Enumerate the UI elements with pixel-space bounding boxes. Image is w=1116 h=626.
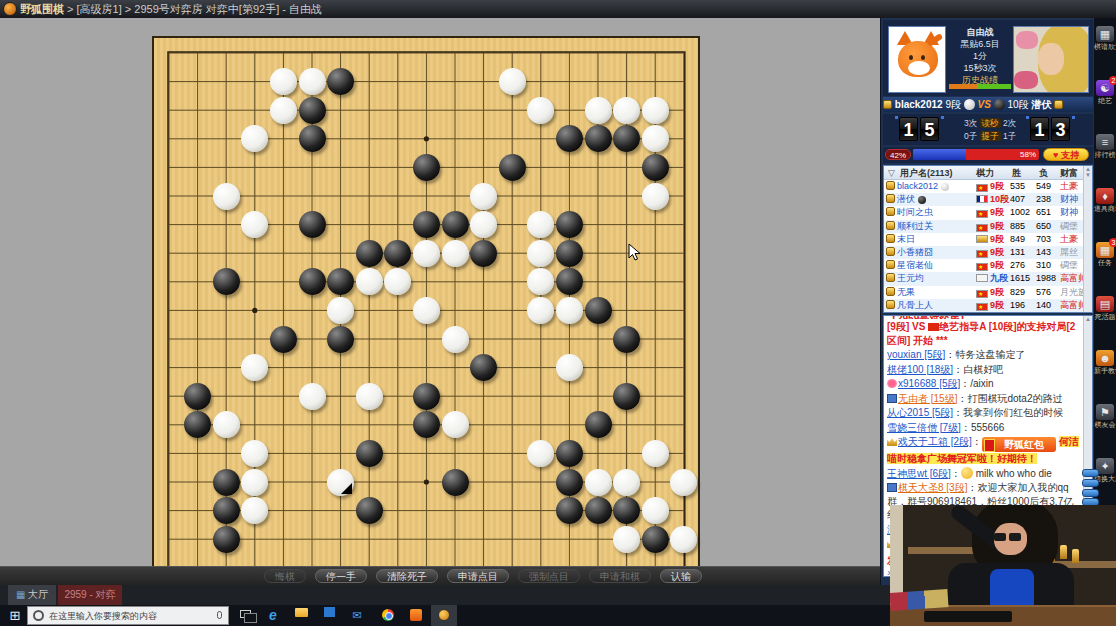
user-losses: 651 [1036,206,1051,219]
black-stone [327,68,354,95]
white-stone [527,440,554,467]
flag-icon-cn: ★ [976,303,988,311]
store-icon[interactable] [316,605,342,626]
crown-icon [887,437,897,446]
taskbar-search-input[interactable]: 在这里输入你要搜索的内容 [27,606,229,625]
toolbar-label: 新手教学 [1094,366,1116,376]
quick-chip[interactable] [1082,489,1099,497]
right-player-rank: 10段 [1007,99,1028,110]
user-rank: 9段 [990,287,1004,297]
toolbar-label: 道具商城 [1094,204,1116,214]
black-stone [213,469,240,496]
action-button-停一手[interactable]: 停一手 [315,569,367,583]
white-stone [413,240,440,267]
col-loss: 负 [1039,166,1048,180]
chat-username[interactable]: 戏天于工箱 [2段] [898,436,972,447]
user-wealth: 碉堡 [1060,259,1078,272]
user-name[interactable]: 王元均 [897,273,924,283]
right-clock-digit: 3 [1051,117,1070,141]
badge: 3 [1109,238,1116,247]
user-wins: 276 [1010,259,1025,272]
left-player-avatar[interactable] [888,26,946,93]
medal-icon [886,207,895,216]
black-stone-icon [994,99,1005,110]
black-stone [556,440,583,467]
chat-username[interactable]: 棋佬100 [18级] [887,364,953,375]
orange-app-icon[interactable] [403,605,429,626]
user-rank: 9段 [990,207,1004,217]
chat-username[interactable]: x916688 [5段] [898,378,960,389]
history-bar-orange [949,84,977,89]
white-stone [270,97,297,124]
user-wins: 849 [1010,233,1025,246]
medal-icon [886,287,895,296]
chat-username[interactable]: 棋天大圣8 [3段] [898,482,967,493]
fox-eye-icon [909,55,913,60]
left-player-name[interactable]: black2012 [895,99,943,110]
user-row-末日[interactable]: 末日9段849703土豪 [884,233,1084,246]
user-wealth: 财神 [1060,206,1078,219]
排行榜-icon[interactable]: ≡ [1096,134,1114,150]
user-name[interactable]: black2012 [897,181,938,191]
action-button-申请和棋: 申请和棋 [589,569,651,583]
chat-announcement: 【2959号对弈房】 [887,315,1083,319]
棋友会-icon[interactable]: ⚑ [1096,404,1114,420]
medal-icon [886,234,895,243]
quick-chip[interactable] [1082,479,1099,487]
fox-go-taskbar-icon[interactable] [431,605,457,626]
white-stone [642,97,669,124]
user-name[interactable]: 星宿老仙 [897,260,933,270]
toolbar-item-任务[interactable]: ▦3任务 [1094,242,1116,268]
medal-icon [1054,100,1063,109]
right-player-avatar[interactable] [1013,26,1089,93]
task-view-icon[interactable] [232,605,258,626]
toolbar-item-排行榜[interactable]: ≡排行榜 [1094,134,1116,160]
anime-face-icon [1038,43,1064,75]
user-wins: 829 [1010,286,1025,299]
black-stone [613,497,640,524]
black-stone [585,411,612,438]
white-stone [413,297,440,324]
match-info: 自由战 黑贴6.5目 1分 15秒3次 历史战绩 [949,26,1011,93]
history-record-bar [949,84,1011,89]
toolbar-item-道具商城[interactable]: ♦道具商城 [1094,188,1116,214]
white-stone [585,469,612,496]
toolbar-label: 任务 [1094,258,1116,268]
新手教学-icon[interactable]: ☻ [1096,350,1114,366]
flag-icon-cn: ★ [976,263,988,271]
support-button[interactable]: ♥ 支持 [1043,148,1089,161]
black-stone [470,240,497,267]
right-clock-digit: 1 [1030,117,1049,141]
user-row-无果[interactable]: 无果★9段829576月光族 [884,286,1084,299]
action-button-悔棋: 悔棋 [264,569,306,583]
user-name[interactable]: 顺利过关 [897,221,933,231]
filter-icon[interactable]: ▽ [888,166,895,180]
deco-dot [1026,116,1029,119]
chat-username[interactable]: 从心2015 [5段] [887,407,953,418]
webcam-video[interactable] [890,505,1116,626]
glasses-icon [994,533,1006,541]
fox-eye-icon [921,55,925,60]
col-strength: 棋力 [976,166,994,180]
user-table-header: ▽ 用户名(2113) 棋力 胜 负 财富 [884,166,1084,180]
user-losses: 238 [1036,193,1051,206]
fox-muzzle-icon [908,61,930,75]
white-stone [642,440,669,467]
任务-icon[interactable]: ▦3 [1096,242,1114,258]
black-stone [470,354,497,381]
clock-center-info: 3次 读秒 2次 0子 提子 1子 [957,117,1023,143]
white-stone [527,97,554,124]
white-stone [470,211,497,238]
chat-username[interactable]: 王神思wt [6段] [887,468,951,479]
绝艺-icon[interactable]: ☯2 [1096,80,1114,96]
action-button-申请点目[interactable]: 申请点目 [447,569,509,583]
white-stone [327,469,354,496]
toolbar-item-新手教学[interactable]: ☻新手教学 [1094,350,1116,376]
white-stone [470,183,497,210]
black-stone [299,211,326,238]
user-losses: 140 [1036,299,1051,312]
flag-icon-cn: ★ [976,184,988,192]
col-wealth: 财富 [1060,166,1078,180]
user-losses: 1988 [1036,272,1056,285]
user-wealth: 财神 [1060,193,1078,206]
user-wins: 196 [1010,299,1025,312]
black-stone [642,526,669,553]
user-rank: 9段 [990,300,1004,310]
user-list-table[interactable]: ▽ 用户名(2113) 棋力 胜 负 财富 black2012 ★9段53554… [883,165,1093,313]
flag-icon-cn: ★ [976,210,988,218]
user-name[interactable]: 末日 [897,234,915,244]
white-stone [213,183,240,210]
col-username: 用户名(2113) [900,166,953,180]
user-wins: 407 [1010,193,1025,206]
white-stone [499,68,526,95]
flag-icon-tw [976,274,988,282]
black-stone [413,211,440,238]
support-bar: 58% [913,149,1039,160]
black-stone [556,240,583,267]
user-losses: 703 [1036,233,1051,246]
deco-dot [1072,116,1075,119]
black-stone [413,383,440,410]
chat-message: youxian [5段]：特务这盘输定了 [887,348,1083,362]
black-stone [613,326,640,353]
white-stone [642,183,669,210]
red-packet-button[interactable]: 野狐红包 [982,437,1056,452]
medal-icon [886,247,895,256]
black-stone [213,497,240,524]
chat-message: 王神思wt [6段]： milk who who die [887,467,1083,481]
right-player-name[interactable]: 潜伏 [1031,99,1051,110]
col-win: 胜 [1012,166,1021,180]
go-board[interactable] [152,36,700,584]
black-stone [585,497,612,524]
user-wealth: 土豪 [1060,233,1078,246]
white-stone-icon [964,99,975,110]
match-main-time: 1分 [949,50,1011,62]
user-name[interactable]: 小香猪囧 [897,247,933,257]
cn-flag-icon [928,323,939,331]
white-stone [270,68,297,95]
player-info-panel: 自由战 黑贴6.5目 1分 15秒3次 历史战绩 [883,20,1093,96]
action-button-强制点目: 强制点目 [518,569,580,583]
user-name[interactable]: 潜伏 [897,194,915,204]
deco-dot [895,116,898,119]
black-stone [556,211,583,238]
user-losses: 143 [1036,246,1051,259]
user-wins: 885 [1010,220,1025,233]
chat-message: 棋佬100 [18级]：白棋好吧 [887,363,1083,377]
left-support-percent: 42% [885,149,911,160]
user-losses: 310 [1036,259,1051,272]
main-play-area [0,18,880,585]
user-losses: 576 [1036,286,1051,299]
white-stone [356,383,383,410]
white-stone [213,411,240,438]
black-stone [556,268,583,295]
players-name-row: black2012 9段 VS 10段 潜伏 [883,97,1093,112]
chat-text: 特务这盘输定了 [955,349,1025,360]
black-stone [442,469,469,496]
black-stone [213,526,240,553]
toolbar-label: 绝艺 [1094,96,1116,106]
toolbar-label: 棋友会 [1094,420,1116,430]
last-move-marker [341,483,352,494]
user-name[interactable]: 无果 [897,287,915,297]
toolbar-item-棋谱欣赏[interactable]: ▦棋谱欣赏 [1094,26,1116,52]
left-clock-digit: 1 [899,117,918,141]
toolbar-label: 棋谱欣赏 [1094,42,1116,52]
chat-text: 打围棋玩dota2的路过 [967,393,1062,404]
black-stone [384,240,411,267]
white-stone [299,383,326,410]
white-stone [241,440,268,467]
white-stone [327,297,354,324]
user-wins: 1615 [1010,272,1030,285]
black-stone [413,154,440,181]
white-stone [527,240,554,267]
white-stone [613,526,640,553]
chat-announcement: [9段] VS 绝艺指导A [10段]的支持对局[2区间] 开始 *** [887,320,1083,347]
user-rank: 9段 [990,221,1004,231]
user-row-王元均[interactable]: 王元均九段16151988高富帅 [884,272,1084,285]
action-button-认输[interactable]: 认输 [660,569,702,583]
medal-icon [883,100,892,109]
user-rank: 10段 [990,194,1009,204]
match-byoyomi: 15秒3次 [949,62,1011,74]
道具商城-icon[interactable]: ♦ [1096,188,1114,204]
white-stone [299,68,326,95]
chat-username[interactable]: youxian [5段] [887,349,945,360]
chat-username[interactable]: 无由者 [15级] [898,393,957,404]
black-stone [270,326,297,353]
smiley-icon [961,467,973,479]
cortana-icon [33,610,44,621]
flag-icon-cn: ★ [976,250,988,258]
chat-text: 555666 [971,422,1004,433]
black-stone [556,125,583,152]
support-row: 42% 58% ♥ 支持 [883,147,1093,163]
glasses-icon [1009,533,1021,541]
user-rank: 9段 [990,247,1004,257]
棋谱欣赏-icon[interactable]: ▦ [1096,26,1114,42]
file-explorer-icon[interactable] [288,605,314,626]
white-stone [442,411,469,438]
user-row-星宿老仙[interactable]: 星宿老仙★9段276310碉堡 [884,259,1084,272]
user-row-顺利过关[interactable]: 顺利过关★9段885650碉堡 [884,220,1084,233]
user-row-black2012[interactable]: black2012 ★9段535549土豪 [884,180,1084,193]
user-rank: 9段 [990,260,1004,270]
chat-message: 无由者 [15级]：打围棋玩dota2的路过 [887,392,1083,406]
chat-text: 白棋好吧 [963,364,1003,375]
chrome-icon[interactable] [375,605,401,626]
match-rule: 自由战 [949,26,1011,38]
死活题-icon[interactable]: ▤ [1096,296,1114,312]
black-stone [556,497,583,524]
search-placeholder: 在这里输入你要搜索的内容 [49,611,157,621]
black-stone [613,383,640,410]
sidebar: 自由战 黑贴6.5目 1分 15秒3次 历史战绩 black2012 9段 VS… [880,18,1094,585]
clock-panel: 1 5 3次 读秒 2次 0子 提子 1子 1 3 [883,114,1093,145]
white-stone [670,526,697,553]
user-rank: 九段 [990,273,1008,283]
fox-go-logo-icon [3,2,17,16]
black-stone [327,326,354,353]
speech-bubble-icon [1016,31,1038,49]
photo-icon [887,483,897,492]
user-wins: 1002 [1010,206,1030,219]
black-stone [299,268,326,295]
white-stone [527,297,554,324]
flag-icon-cn: ★ [976,224,988,232]
quick-chip[interactable] [1082,469,1099,477]
user-row-潜伏[interactable]: 潜伏 10段407238财神 [884,193,1084,206]
keyboard [924,611,1012,622]
user-wealth: 屌丝 [1060,246,1078,259]
toolbar-label: 死活题 [1094,312,1116,322]
tab-game[interactable]: 2959 - 对弈 [58,585,122,605]
mail-icon[interactable]: ✉ [344,605,370,626]
white-stone-icon [941,183,949,191]
user-name[interactable]: 凡骨上人 [897,300,933,310]
edge-icon[interactable]: e [260,605,286,626]
white-stone [585,97,612,124]
mouse-cursor [628,243,641,262]
white-stone [613,469,640,496]
app-name: 野狐围棋 [20,3,64,15]
medal-icon [886,194,895,203]
white-stone [241,469,268,496]
black-stone [356,440,383,467]
medal-icon [886,300,895,309]
user-losses: 650 [1036,220,1051,233]
black-stone [585,297,612,324]
white-stone [442,326,469,353]
black-stone [642,154,669,181]
user-wealth: 土豪 [1060,180,1078,193]
black-stone [442,211,469,238]
action-button-清除死子[interactable]: 清除死子 [376,569,438,583]
flag-icon-gold [976,235,988,243]
user-rank: 9段 [990,234,1004,244]
user-row-时间之虫[interactable]: 时间之虫★9段1002651财神 [884,206,1084,219]
chat-text: milk who who die [976,468,1052,479]
flag-icon-fr [976,195,988,203]
white-stone [670,469,697,496]
start-button[interactable]: ⊞ [4,605,26,626]
white-stone [442,240,469,267]
flag-icon-cn: ★ [976,290,988,298]
chat-message: 从心2015 [5段]：我拿到你们红包的时候 [887,406,1083,420]
user-table-scrollbar[interactable]: ▲▼ [1083,166,1092,312]
action-button-bar: 悔棋停一手清除死子申请点目强制点目申请和棋认输 [0,566,880,585]
tab-hall[interactable]: ▦ 大厅 [8,585,56,605]
chat-message: x916688 [5段]：/aixin [887,377,1083,391]
white-stone [556,297,583,324]
vs-label: VS [978,99,991,110]
white-stone [356,268,383,295]
deco-dot [941,116,944,119]
support-bar-blue [913,149,966,160]
left-clock-digit: 5 [920,117,939,141]
speech-bubble-icon [1014,71,1038,89]
black-stone [356,240,383,267]
badge: 2 [1109,76,1116,85]
user-wins: 131 [1010,246,1025,259]
white-stone [642,125,669,152]
photo-icon [887,394,897,403]
microphone-icon[interactable] [217,611,222,619]
title-bar: 野狐围棋 > [高级房1] > 2959号对弈房 对弈中[第92手] - 自由战 [0,0,1116,18]
fox-go-client-window: 野狐围棋 > [高级房1] > 2959号对弈房 对弈中[第92手] - 自由战… [0,0,1116,626]
medal-icon [886,260,895,269]
breadcrumb: > [高级房1] > 2959号对弈房 对弈中[第92手] - 自由战 [67,3,322,15]
white-stone [642,497,669,524]
user-row-小香猪囧[interactable]: 小香猪囧★9段131143屌丝 [884,246,1084,259]
trophy-icon [1060,545,1067,559]
medal-icon [886,221,895,230]
medal-icon [886,273,895,282]
user-wealth: 碉堡 [1060,220,1078,233]
toolbar-item-棋友会[interactable]: ⚑棋友会 [1094,404,1116,430]
chat-username[interactable]: 雪娆三倍僧 [7级] [887,422,961,433]
toolbar-item-绝艺[interactable]: ☯2绝艺 [1094,80,1116,106]
toolbar-item-死活题[interactable]: ▤死活题 [1094,296,1116,322]
white-stone [556,354,583,381]
chat-message: 雪娆三倍僧 [7级]：555666 [887,421,1083,435]
right-support-percent: 58% [1020,149,1036,160]
black-stone-icon [918,196,926,204]
black-stone [213,268,240,295]
black-stone [499,154,526,181]
user-losses: 549 [1036,180,1051,193]
user-row-凡骨上人[interactable]: 凡骨上人★9段196140高富帅 [884,299,1084,312]
user-name[interactable]: 时间之虫 [897,207,933,217]
left-player-rank: 9段 [945,99,961,110]
user-wins: 535 [1010,180,1025,193]
flower-icon [887,379,897,388]
black-stone [556,469,583,496]
toolbar-label: 排行榜 [1094,150,1116,160]
chat-message: 戏天于工箱 [2段]：野狐红包 何洁喵时稳拿广场舞冠军啦！好期待！ [887,435,1083,466]
chat-text: /aixin [970,378,993,389]
black-stone [585,125,612,152]
white-stone [613,97,640,124]
